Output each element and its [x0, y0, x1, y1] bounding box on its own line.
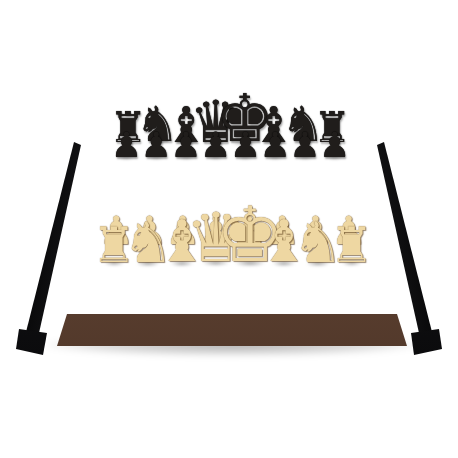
piece-black-pawn-e7[interactable]: ♟ [230, 128, 261, 163]
piece-white-rook-h1[interactable]: ♜ [330, 221, 374, 270]
piece-black-pawn-f7[interactable]: ♟ [259, 128, 290, 163]
pieces-layer: ♜♞♝♛♚♝♞♜♟♟♟♟♟♟♟♟♟♟♟♟♟♟♟♟♜♞♝♛♚♝♞♜ [0, 0, 458, 458]
revelation-ii-product-photo: ▪▪▪▪▪ ▪▪▪▪▪▪ ▪▪▪▪ ▪ ▪▪▪▪ ▪▪▪ 0:00:00 ♞ R… [0, 0, 458, 458]
piece-black-pawn-g7[interactable]: ♟ [289, 128, 320, 163]
piece-black-pawn-a7[interactable]: ♟ [111, 128, 142, 163]
piece-black-pawn-d7[interactable]: ♟ [200, 128, 231, 163]
piece-black-pawn-h7[interactable]: ♟ [319, 128, 350, 163]
piece-black-pawn-b7[interactable]: ♟ [140, 128, 171, 163]
piece-black-pawn-c7[interactable]: ♟ [170, 128, 201, 163]
